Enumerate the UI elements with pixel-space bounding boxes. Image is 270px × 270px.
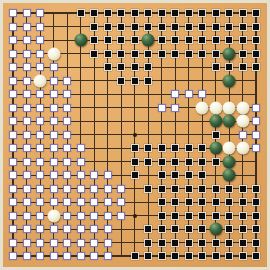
black-territory-marker[interactable] [131,36,139,44]
black-territory-marker[interactable] [252,198,260,206]
black-stone[interactable] [209,223,222,236]
white-territory-marker[interactable] [9,225,17,233]
black-territory-marker[interactable] [225,225,233,233]
black-territory-marker[interactable] [117,77,125,85]
white-territory-marker[interactable] [63,158,71,166]
white-territory-marker[interactable] [9,239,17,247]
white-territory-marker[interactable] [90,171,98,179]
black-territory-marker[interactable] [144,9,152,17]
black-stone[interactable] [223,47,236,60]
black-territory-marker[interactable] [185,185,193,193]
white-territory-marker[interactable] [23,104,31,112]
white-territory-marker[interactable] [36,104,44,112]
black-territory-marker[interactable] [252,50,260,58]
black-territory-marker[interactable] [225,198,233,206]
white-territory-marker[interactable] [50,158,58,166]
white-territory-marker[interactable] [36,225,44,233]
black-territory-marker[interactable] [185,252,193,260]
black-territory-marker[interactable] [171,23,179,31]
white-territory-marker[interactable] [9,198,17,206]
black-territory-marker[interactable] [239,212,247,220]
white-stone[interactable] [223,142,236,155]
white-territory-marker[interactable] [23,185,31,193]
black-territory-marker[interactable] [171,158,179,166]
black-territory-marker[interactable] [77,9,85,17]
star-point [133,214,137,218]
black-territory-marker[interactable] [212,131,220,139]
black-territory-marker[interactable] [239,185,247,193]
white-territory-marker[interactable] [9,144,17,152]
white-territory-marker[interactable] [90,212,98,220]
white-territory-marker[interactable] [63,252,71,260]
white-territory-marker[interactable] [9,117,17,125]
black-territory-marker[interactable] [171,212,179,220]
white-territory-marker[interactable] [77,171,85,179]
white-territory-marker[interactable] [9,131,17,139]
white-territory-marker[interactable] [117,198,125,206]
black-territory-marker[interactable] [252,212,260,220]
black-territory-marker[interactable] [158,171,166,179]
white-stone[interactable] [196,101,209,114]
white-territory-marker[interactable] [90,198,98,206]
white-territory-marker[interactable] [23,63,31,71]
black-stone[interactable] [223,115,236,128]
black-territory-marker[interactable] [117,36,125,44]
black-territory-marker[interactable] [239,63,247,71]
black-territory-marker[interactable] [185,144,193,152]
white-territory-marker[interactable] [77,144,85,152]
white-territory-marker[interactable] [36,239,44,247]
black-territory-marker[interactable] [225,63,233,71]
black-territory-marker[interactable] [131,252,139,260]
white-territory-marker[interactable] [50,90,58,98]
black-territory-marker[interactable] [104,9,112,17]
white-territory-marker[interactable] [36,144,44,152]
white-territory-marker[interactable] [77,225,85,233]
black-territory-marker[interactable] [198,50,206,58]
white-territory-marker[interactable] [90,225,98,233]
white-territory-marker[interactable] [36,212,44,220]
white-territory-marker[interactable] [239,131,247,139]
white-territory-marker[interactable] [23,131,31,139]
white-territory-marker[interactable] [23,239,31,247]
black-territory-marker[interactable] [252,239,260,247]
black-territory-marker[interactable] [212,36,220,44]
white-territory-marker[interactable] [50,171,58,179]
black-territory-marker[interactable] [158,23,166,31]
black-territory-marker[interactable] [239,198,247,206]
black-territory-marker[interactable] [225,23,233,31]
black-territory-marker[interactable] [185,50,193,58]
white-territory-marker[interactable] [36,131,44,139]
black-territory-marker[interactable] [158,225,166,233]
black-territory-marker[interactable] [212,212,220,220]
black-territory-marker[interactable] [158,212,166,220]
black-territory-marker[interactable] [198,252,206,260]
black-territory-marker[interactable] [171,225,179,233]
black-territory-marker[interactable] [158,9,166,17]
black-territory-marker[interactable] [144,63,152,71]
black-territory-marker[interactable] [198,9,206,17]
black-territory-marker[interactable] [225,212,233,220]
black-territory-marker[interactable] [239,23,247,31]
white-territory-marker[interactable] [9,171,17,179]
white-territory-marker[interactable] [50,117,58,125]
white-territory-marker[interactable] [63,198,71,206]
black-territory-marker[interactable] [185,239,193,247]
black-territory-marker[interactable] [90,50,98,58]
star-point [133,133,137,137]
white-territory-marker[interactable] [23,50,31,58]
black-territory-marker[interactable] [198,212,206,220]
white-territory-marker[interactable] [9,252,17,260]
white-stone[interactable] [209,101,222,114]
white-territory-marker[interactable] [171,104,179,112]
white-territory-marker[interactable] [158,104,166,112]
black-territory-marker[interactable] [185,225,193,233]
white-territory-marker[interactable] [36,198,44,206]
white-territory-marker[interactable] [9,50,17,58]
black-territory-marker[interactable] [144,185,152,193]
black-territory-marker[interactable] [198,36,206,44]
black-territory-marker[interactable] [212,50,220,58]
white-territory-marker[interactable] [23,225,31,233]
white-territory-marker[interactable] [63,90,71,98]
black-territory-marker[interactable] [185,23,193,31]
black-territory-marker[interactable] [252,36,260,44]
white-stone[interactable] [223,101,236,114]
black-territory-marker[interactable] [185,158,193,166]
go-board[interactable] [3,3,267,267]
white-territory-marker[interactable] [23,144,31,152]
black-territory-marker[interactable] [212,9,220,17]
white-stone[interactable] [236,115,249,128]
white-territory-marker[interactable] [104,212,112,220]
black-territory-marker[interactable] [225,9,233,17]
black-territory-marker[interactable] [90,23,98,31]
black-stone[interactable] [209,142,222,155]
white-territory-marker[interactable] [198,90,206,98]
black-stone[interactable] [223,169,236,182]
white-territory-marker[interactable] [50,144,58,152]
black-territory-marker[interactable] [104,23,112,31]
black-territory-marker[interactable] [171,252,179,260]
black-territory-marker[interactable] [252,23,260,31]
white-territory-marker[interactable] [50,239,58,247]
white-territory-marker[interactable] [252,117,260,125]
black-territory-marker[interactable] [225,185,233,193]
black-territory-marker[interactable] [198,171,206,179]
white-territory-marker[interactable] [90,239,98,247]
black-territory-marker[interactable] [131,50,139,58]
black-territory-marker[interactable] [212,252,220,260]
white-territory-marker[interactable] [77,252,85,260]
white-territory-marker[interactable] [23,36,31,44]
black-territory-marker[interactable] [185,212,193,220]
black-territory-marker[interactable] [239,252,247,260]
white-territory-marker[interactable] [252,104,260,112]
white-territory-marker[interactable] [36,50,44,58]
white-territory-marker[interactable] [90,252,98,260]
white-stone[interactable] [47,209,60,222]
black-territory-marker[interactable] [131,171,139,179]
white-territory-marker[interactable] [36,36,44,44]
black-territory-marker[interactable] [212,239,220,247]
white-territory-marker[interactable] [50,63,58,71]
black-territory-marker[interactable] [185,9,193,17]
go-score-estimate-screenshot [0,0,270,270]
white-territory-marker[interactable] [50,185,58,193]
black-territory-marker[interactable] [185,198,193,206]
black-territory-marker[interactable] [90,9,98,17]
white-territory-marker[interactable] [63,185,71,193]
black-territory-marker[interactable] [117,50,125,58]
black-territory-marker[interactable] [252,225,260,233]
black-territory-marker[interactable] [212,23,220,31]
black-territory-marker[interactable] [252,9,260,17]
white-territory-marker[interactable] [77,212,85,220]
white-territory-marker[interactable] [77,198,85,206]
white-territory-marker[interactable] [9,212,17,220]
black-territory-marker[interactable] [212,198,220,206]
black-territory-marker[interactable] [198,23,206,31]
black-territory-marker[interactable] [212,63,220,71]
white-territory-marker[interactable] [23,9,31,17]
black-territory-marker[interactable] [171,9,179,17]
white-stone[interactable] [47,47,60,60]
white-territory-marker[interactable] [36,90,44,98]
white-territory-marker[interactable] [9,158,17,166]
black-territory-marker[interactable] [131,9,139,17]
black-territory-marker[interactable] [158,198,166,206]
black-territory-marker[interactable] [117,63,125,71]
white-territory-marker[interactable] [50,104,58,112]
white-territory-marker[interactable] [36,158,44,166]
white-territory-marker[interactable] [36,252,44,260]
white-territory-marker[interactable] [50,131,58,139]
black-territory-marker[interactable] [144,144,152,152]
black-territory-marker[interactable] [198,239,206,247]
white-territory-marker[interactable] [63,117,71,125]
white-territory-marker[interactable] [104,239,112,247]
white-territory-marker[interactable] [36,63,44,71]
white-stone[interactable] [236,101,249,114]
white-stone[interactable] [34,74,47,87]
black-territory-marker[interactable] [144,158,152,166]
black-territory-marker[interactable] [131,158,139,166]
white-territory-marker[interactable] [9,77,17,85]
white-territory-marker[interactable] [36,9,44,17]
white-territory-marker[interactable] [23,23,31,31]
black-territory-marker[interactable] [198,144,206,152]
black-territory-marker[interactable] [171,239,179,247]
black-territory-marker[interactable] [171,50,179,58]
white-territory-marker[interactable] [104,252,112,260]
black-stone[interactable] [223,74,236,87]
black-territory-marker[interactable] [158,185,166,193]
black-stone[interactable] [74,34,87,47]
black-territory-marker[interactable] [198,198,206,206]
white-territory-marker[interactable] [9,90,17,98]
white-territory-marker[interactable] [104,225,112,233]
white-territory-marker[interactable] [77,239,85,247]
white-territory-marker[interactable] [36,171,44,179]
black-territory-marker[interactable] [144,252,152,260]
white-territory-marker[interactable] [9,9,17,17]
white-territory-marker[interactable] [9,63,17,71]
white-territory-marker[interactable] [23,158,31,166]
white-territory-marker[interactable] [23,77,31,85]
black-territory-marker[interactable] [144,239,152,247]
white-territory-marker[interactable] [252,144,260,152]
white-territory-marker[interactable] [23,212,31,220]
black-territory-marker[interactable] [171,171,179,179]
black-territory-marker[interactable] [158,158,166,166]
white-territory-marker[interactable] [63,239,71,247]
black-territory-marker[interactable] [144,50,152,58]
white-territory-marker[interactable] [63,104,71,112]
black-stone[interactable] [209,115,222,128]
white-territory-marker[interactable] [9,104,17,112]
black-territory-marker[interactable] [117,9,125,17]
black-territory-marker[interactable] [117,23,125,31]
white-territory-marker[interactable] [104,171,112,179]
black-territory-marker[interactable] [239,50,247,58]
black-territory-marker[interactable] [212,185,220,193]
black-territory-marker[interactable] [171,198,179,206]
white-territory-marker[interactable] [23,198,31,206]
white-territory-marker[interactable] [252,131,260,139]
black-territory-marker[interactable] [171,144,179,152]
white-territory-marker[interactable] [104,185,112,193]
white-territory-marker[interactable] [171,90,179,98]
white-territory-marker[interactable] [23,90,31,98]
white-territory-marker[interactable] [9,185,17,193]
black-territory-marker[interactable] [198,185,206,193]
white-territory-marker[interactable] [90,185,98,193]
white-stone[interactable] [236,142,249,155]
black-territory-marker[interactable] [252,63,260,71]
white-territory-marker[interactable] [63,77,71,85]
black-territory-marker[interactable] [185,171,193,179]
black-stone[interactable] [223,155,236,168]
black-territory-marker[interactable] [185,36,193,44]
black-territory-marker[interactable] [144,77,152,85]
white-territory-marker[interactable] [63,171,71,179]
white-territory-marker[interactable] [63,212,71,220]
white-territory-marker[interactable] [77,158,85,166]
black-territory-marker[interactable] [131,23,139,31]
black-territory-marker[interactable] [239,36,247,44]
white-territory-marker[interactable] [36,117,44,125]
white-territory-marker[interactable] [50,77,58,85]
white-territory-marker[interactable] [9,23,17,31]
white-territory-marker[interactable] [104,198,112,206]
white-territory-marker[interactable] [23,171,31,179]
black-territory-marker[interactable] [171,36,179,44]
black-territory-marker[interactable] [212,158,220,166]
white-territory-marker[interactable] [63,225,71,233]
black-territory-marker[interactable] [131,63,139,71]
black-territory-marker[interactable] [144,23,152,31]
black-territory-marker[interactable] [225,239,233,247]
black-territory-marker[interactable] [239,225,247,233]
white-territory-marker[interactable] [23,252,31,260]
white-territory-marker[interactable] [50,198,58,206]
white-territory-marker[interactable] [185,90,193,98]
white-territory-marker[interactable] [9,36,17,44]
black-territory-marker[interactable] [198,158,206,166]
white-territory-marker[interactable] [23,117,31,125]
white-territory-marker[interactable] [63,144,71,152]
white-territory-marker[interactable] [63,131,71,139]
white-territory-marker[interactable] [36,23,44,31]
black-territory-marker[interactable] [171,185,179,193]
black-territory-marker[interactable] [158,144,166,152]
black-territory-marker[interactable] [252,252,260,260]
black-territory-marker[interactable] [104,36,112,44]
black-territory-marker[interactable] [158,36,166,44]
black-territory-marker[interactable] [239,9,247,17]
black-territory-marker[interactable] [90,36,98,44]
white-territory-marker[interactable] [50,252,58,260]
black-territory-marker[interactable] [104,50,112,58]
black-territory-marker[interactable] [239,239,247,247]
black-territory-marker[interactable] [158,252,166,260]
black-territory-marker[interactable] [225,36,233,44]
white-territory-marker[interactable] [117,185,125,193]
white-territory-marker[interactable] [117,212,125,220]
white-territory-marker[interactable] [77,185,85,193]
black-territory-marker[interactable] [158,50,166,58]
white-territory-marker[interactable] [36,185,44,193]
white-territory-marker[interactable] [50,225,58,233]
black-territory-marker[interactable] [144,225,152,233]
black-territory-marker[interactable] [131,77,139,85]
black-territory-marker[interactable] [131,144,139,152]
black-territory-marker[interactable] [225,252,233,260]
black-territory-marker[interactable] [158,239,166,247]
black-stone[interactable] [142,34,155,47]
black-territory-marker[interactable] [104,63,112,71]
black-territory-marker[interactable] [252,185,260,193]
black-territory-marker[interactable] [198,225,206,233]
